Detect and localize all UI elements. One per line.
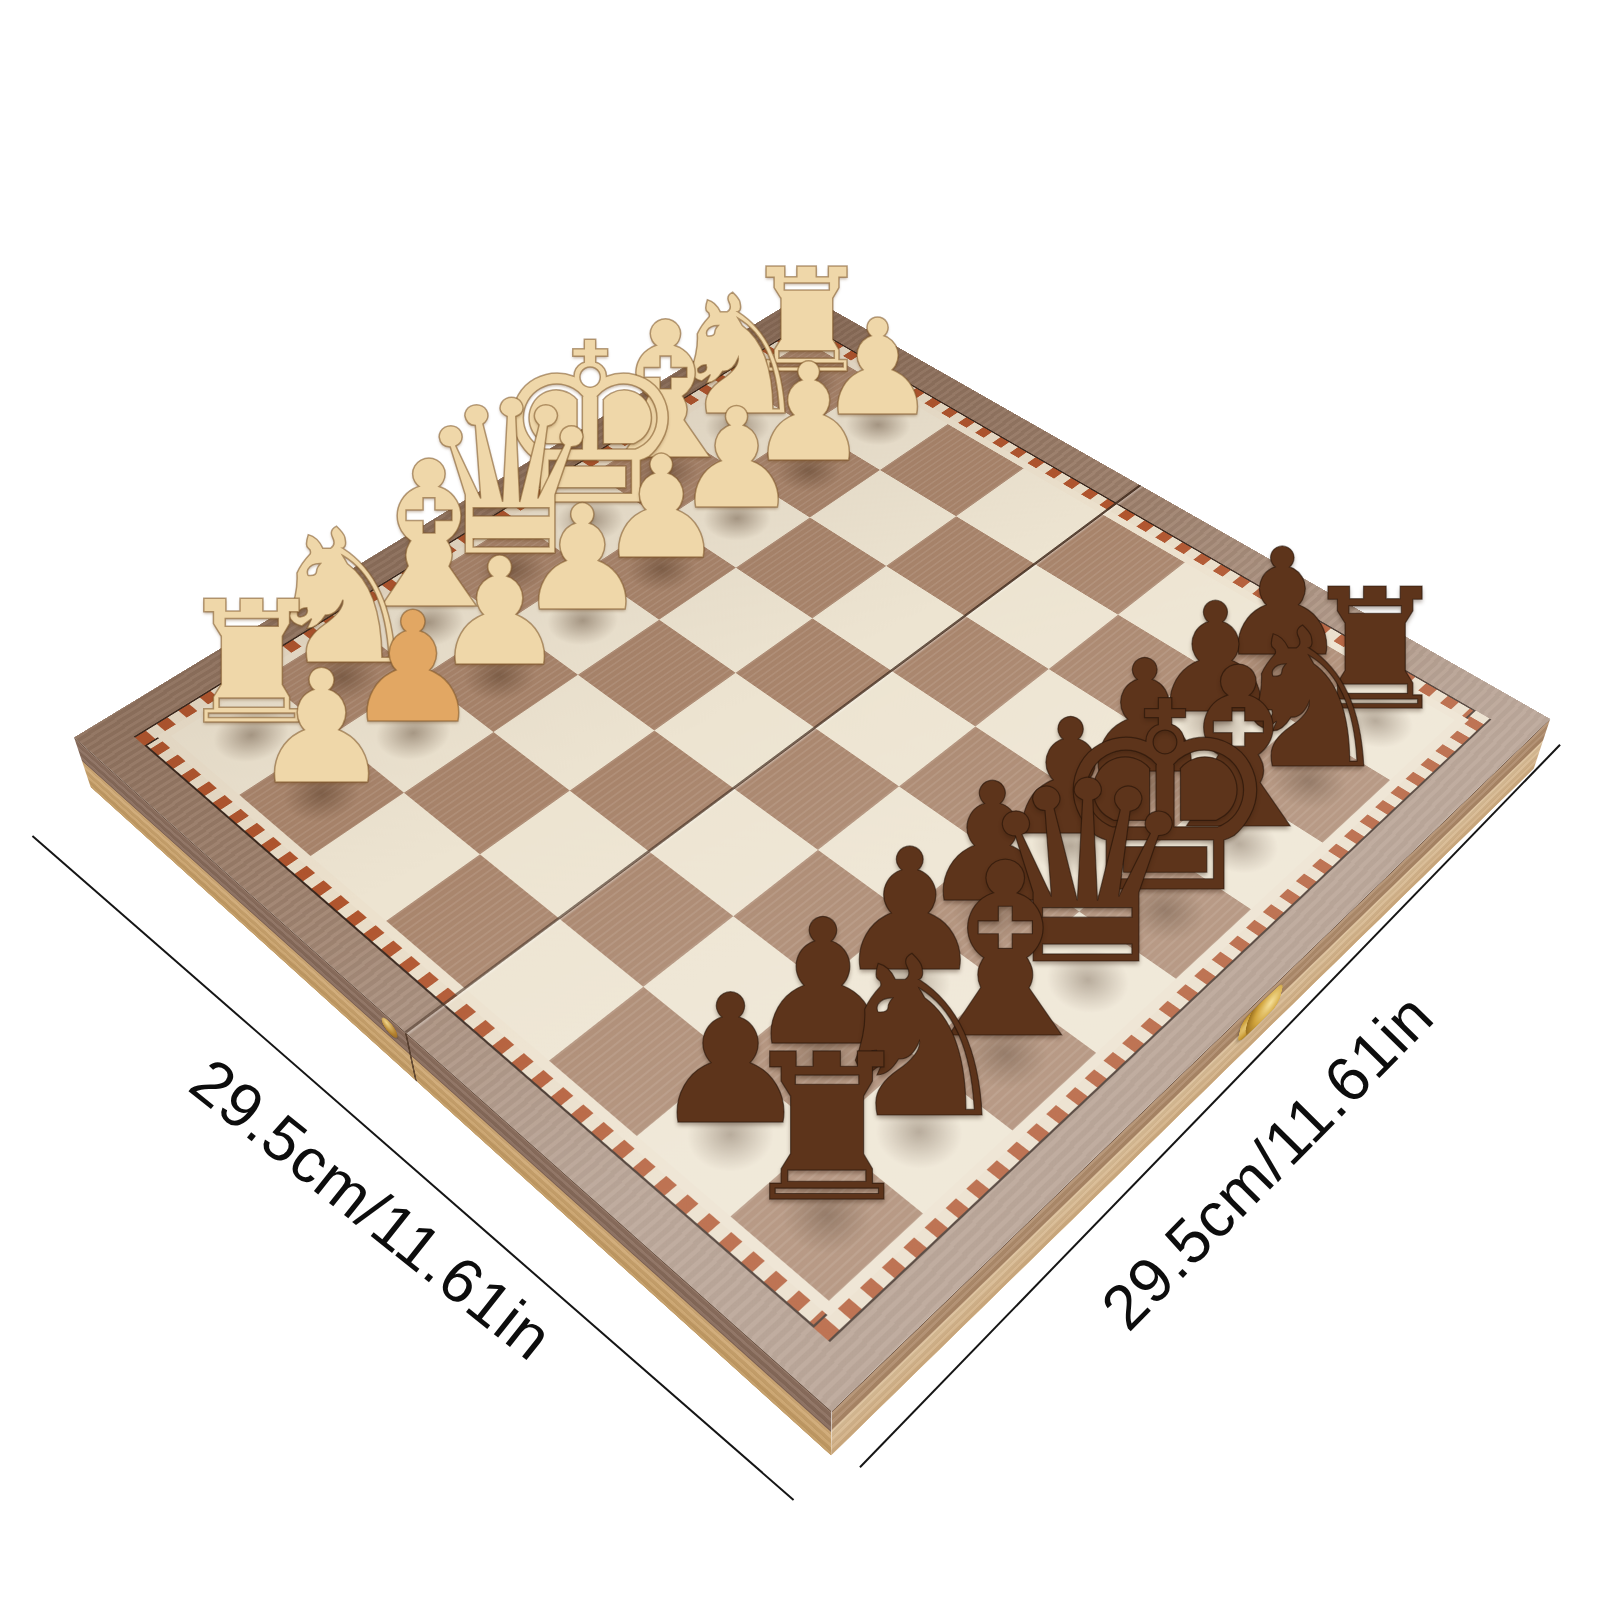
piece-shadow	[667, 1082, 795, 1190]
square-d2	[906, 847, 1079, 981]
square-a2	[637, 1058, 825, 1216]
square-d4	[734, 728, 898, 849]
square-a7	[239, 734, 404, 856]
square-b1	[825, 1055, 1013, 1213]
piece-shadow	[1161, 685, 1270, 763]
board-scene	[293, 206, 1337, 1250]
fold-seam-side	[405, 1033, 417, 1082]
square-b2	[732, 984, 915, 1134]
piece-shadow	[830, 395, 925, 455]
piece-shadow	[760, 354, 853, 411]
piece-shadow	[761, 1159, 892, 1273]
piece-shadow	[1089, 743, 1200, 825]
mosaic-border-bottom	[134, 726, 847, 1342]
piece-shadow	[943, 1004, 1067, 1105]
square-a4	[465, 918, 643, 1060]
square-e3	[899, 726, 1063, 847]
piece-shadow	[1182, 801, 1296, 887]
square-c1	[914, 981, 1096, 1130]
square-e1	[1079, 845, 1251, 979]
square-c3	[733, 849, 906, 983]
square-c5	[569, 730, 734, 852]
square-a5	[386, 854, 560, 989]
square-c4	[649, 788, 818, 916]
square-c2	[821, 914, 999, 1056]
square-g1	[1227, 722, 1391, 843]
piece-shadow	[687, 486, 787, 551]
square-d1	[999, 911, 1176, 1052]
square-a1	[730, 1133, 923, 1301]
square-b6	[404, 732, 569, 854]
square-a3	[549, 986, 732, 1136]
piece-shadow	[855, 1079, 983, 1186]
square-f2	[1063, 724, 1227, 845]
piece-shadow	[760, 440, 857, 502]
piece-shadow	[761, 1007, 885, 1109]
square-f1	[1155, 782, 1323, 909]
piece-shadow	[1013, 803, 1127, 890]
piece-shadow	[265, 753, 377, 836]
board-top-surface	[74, 294, 1550, 1411]
square-d3	[818, 786, 987, 913]
piece-shadow	[934, 868, 1051, 959]
piece-shadow	[690, 397, 785, 457]
piece-shadow	[850, 935, 971, 1031]
folding-chess-board	[74, 294, 1550, 1411]
product-photo-stage: ♜♟♟♜♞♟♟♞♝♟♟♝♚♟♟♚♛♟♟♛♝♟♟♝♞♟♟♞♜♟♟♜ 29.5cm/…	[0, 0, 1601, 1601]
square-b3	[643, 916, 821, 1058]
square-b4	[560, 852, 733, 987]
square-e2	[986, 784, 1154, 911]
piece-shadow	[1027, 933, 1148, 1029]
piece-shadow	[358, 694, 468, 773]
square-a6	[311, 792, 480, 920]
square-b5	[480, 790, 649, 918]
piece-shadow	[1253, 740, 1364, 822]
piece-shadow	[1106, 865, 1223, 956]
